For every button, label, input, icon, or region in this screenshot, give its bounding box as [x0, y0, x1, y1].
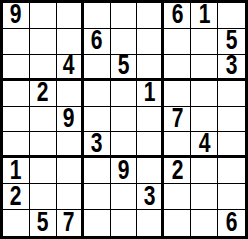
cell-r4c6: 1	[137, 81, 164, 107]
given-digit: 2	[10, 184, 22, 210]
cell-r5c5[interactable]	[111, 107, 138, 133]
cell-r7c7: 2	[164, 158, 191, 184]
cell-r3c2[interactable]	[30, 55, 57, 81]
cell-r8c2[interactable]	[30, 184, 57, 210]
sudoku-board: 9616545321973419223576	[0, 0, 248, 239]
cell-r1c1: 9	[3, 3, 30, 29]
cell-r3c7[interactable]	[164, 55, 191, 81]
given-digit: 2	[171, 158, 183, 184]
cell-r7c2[interactable]	[30, 158, 57, 184]
cell-r9c1[interactable]	[3, 210, 30, 236]
cell-r7c3[interactable]	[57, 158, 84, 184]
cell-r8c6: 3	[137, 184, 164, 210]
cell-r6c6[interactable]	[137, 132, 164, 158]
cell-r9c6[interactable]	[137, 210, 164, 236]
given-digit: 6	[171, 3, 183, 29]
cell-r1c4[interactable]	[84, 3, 111, 29]
cell-r4c5[interactable]	[111, 81, 138, 107]
cell-r6c3[interactable]	[57, 132, 84, 158]
cell-r5c8[interactable]	[191, 107, 218, 133]
given-digit: 7	[171, 107, 183, 133]
given-digit: 2	[37, 81, 49, 107]
cell-r9c8[interactable]	[191, 210, 218, 236]
cell-r5c2[interactable]	[30, 107, 57, 133]
cell-r2c4: 6	[84, 29, 111, 55]
cell-r9c2: 5	[30, 210, 57, 236]
cell-r8c3[interactable]	[57, 184, 84, 210]
given-digit: 9	[63, 107, 75, 133]
cell-r2c5[interactable]	[111, 29, 138, 55]
cell-r1c9[interactable]	[218, 3, 245, 29]
given-digit: 5	[37, 210, 49, 236]
cell-r4c9[interactable]	[218, 81, 245, 107]
cell-r7c8[interactable]	[191, 158, 218, 184]
cell-r6c5[interactable]	[111, 132, 138, 158]
cell-r9c4[interactable]	[84, 210, 111, 236]
given-digit: 3	[226, 55, 238, 80]
cell-r7c9[interactable]	[218, 158, 245, 184]
cell-r7c5: 9	[111, 158, 138, 184]
cell-r9c9: 6	[218, 210, 245, 236]
cell-r4c1[interactable]	[3, 81, 30, 107]
cell-r3c4[interactable]	[84, 55, 111, 81]
given-digit: 9	[118, 158, 130, 184]
given-digit: 6	[91, 29, 103, 55]
cell-r5c4[interactable]	[84, 107, 111, 133]
given-digit: 1	[144, 81, 156, 107]
cell-r2c9: 5	[218, 29, 245, 55]
cell-r8c9[interactable]	[218, 184, 245, 210]
cell-r1c2[interactable]	[30, 3, 57, 29]
given-digit: 6	[226, 210, 238, 236]
cell-r1c7: 6	[164, 3, 191, 29]
cell-r3c9: 3	[218, 55, 245, 81]
cell-r1c6[interactable]	[137, 3, 164, 29]
cell-r9c5[interactable]	[111, 210, 138, 236]
cell-r2c6[interactable]	[137, 29, 164, 55]
cell-r8c7[interactable]	[164, 184, 191, 210]
given-digit: 3	[144, 184, 156, 210]
cell-r2c1[interactable]	[3, 29, 30, 55]
cell-r9c7[interactable]	[164, 210, 191, 236]
cell-r7c4[interactable]	[84, 158, 111, 184]
cell-r8c1: 2	[3, 184, 30, 210]
cell-r6c7[interactable]	[164, 132, 191, 158]
cell-r6c9[interactable]	[218, 132, 245, 158]
cell-r7c6[interactable]	[137, 158, 164, 184]
cell-r8c8[interactable]	[191, 184, 218, 210]
cell-r5c7: 7	[164, 107, 191, 133]
cell-r5c3: 9	[57, 107, 84, 133]
cell-r3c3: 4	[57, 55, 84, 81]
given-digit: 5	[118, 55, 130, 80]
given-digit: 4	[63, 55, 75, 80]
given-digit: 1	[198, 3, 210, 29]
cell-r2c3[interactable]	[57, 29, 84, 55]
cell-r2c2[interactable]	[30, 29, 57, 55]
cell-r4c4[interactable]	[84, 81, 111, 107]
cell-r1c3[interactable]	[57, 3, 84, 29]
cell-r3c8[interactable]	[191, 55, 218, 81]
cell-r4c8[interactable]	[191, 81, 218, 107]
cell-r3c1[interactable]	[3, 55, 30, 81]
cell-r6c2[interactable]	[30, 132, 57, 158]
given-digit: 5	[226, 29, 238, 55]
cell-r1c8: 1	[191, 3, 218, 29]
given-digit: 9	[10, 3, 22, 29]
cell-r3c5: 5	[111, 55, 138, 81]
cell-r2c8[interactable]	[191, 29, 218, 55]
cell-r1c5[interactable]	[111, 3, 138, 29]
cell-r6c4: 3	[84, 132, 111, 158]
given-digit: 1	[10, 158, 22, 184]
cell-r9c3: 7	[57, 210, 84, 236]
cell-r5c1[interactable]	[3, 107, 30, 133]
cell-r5c6[interactable]	[137, 107, 164, 133]
cell-r7c1: 1	[3, 158, 30, 184]
given-digit: 4	[198, 132, 210, 157]
cell-r8c5[interactable]	[111, 184, 138, 210]
cell-r4c3[interactable]	[57, 81, 84, 107]
cell-r2c7[interactable]	[164, 29, 191, 55]
cell-r4c2: 2	[30, 81, 57, 107]
cell-r5c9[interactable]	[218, 107, 245, 133]
cell-r8c4[interactable]	[84, 184, 111, 210]
given-digit: 3	[91, 132, 103, 157]
given-digit: 7	[63, 210, 75, 236]
cell-r6c1[interactable]	[3, 132, 30, 158]
cell-r6c8: 4	[191, 132, 218, 158]
cell-r4c7[interactable]	[164, 81, 191, 107]
cell-r3c6[interactable]	[137, 55, 164, 81]
